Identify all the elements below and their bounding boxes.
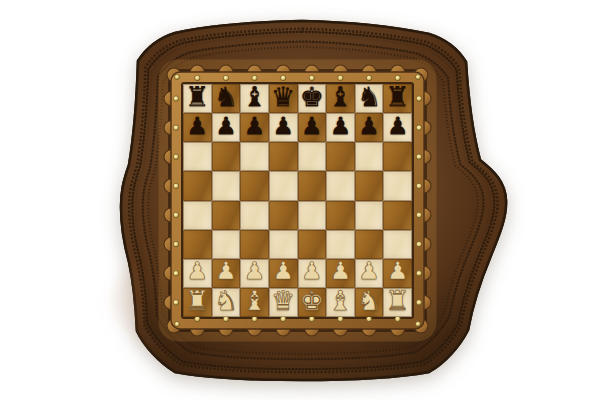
- piece-black-pawn[interactable]: ♟: [355, 111, 384, 140]
- square-b2[interactable]: ♟: [212, 259, 241, 288]
- square-d1[interactable]: ♛: [269, 288, 298, 317]
- square-g8[interactable]: ♞: [355, 84, 384, 113]
- square-e8[interactable]: ♚: [298, 84, 327, 113]
- piece-black-pawn[interactable]: ♟: [183, 111, 212, 140]
- piece-black-knight[interactable]: ♞: [355, 82, 384, 111]
- piece-black-bishop[interactable]: ♝: [326, 82, 355, 111]
- square-g4[interactable]: [355, 201, 384, 230]
- square-a7[interactable]: ♟: [183, 113, 212, 142]
- piece-white-bishop[interactable]: ♝: [240, 286, 269, 315]
- square-d5[interactable]: [269, 171, 298, 200]
- square-h8[interactable]: ♜: [383, 84, 412, 113]
- square-f7[interactable]: ♟: [326, 113, 355, 142]
- piece-white-pawn[interactable]: ♟: [326, 257, 355, 286]
- square-d2[interactable]: ♟: [269, 259, 298, 288]
- square-a8[interactable]: ♜: [183, 84, 212, 113]
- piece-black-pawn[interactable]: ♟: [212, 111, 241, 140]
- square-c6[interactable]: [240, 142, 269, 171]
- piece-black-pawn[interactable]: ♟: [326, 111, 355, 140]
- square-e1[interactable]: ♚: [298, 288, 327, 317]
- square-e6[interactable]: [298, 142, 327, 171]
- square-c2[interactable]: ♟: [240, 259, 269, 288]
- piece-black-pawn[interactable]: ♟: [240, 111, 269, 140]
- square-d8[interactable]: ♛: [269, 84, 298, 113]
- square-f1[interactable]: ♝: [326, 288, 355, 317]
- piece-white-pawn[interactable]: ♟: [298, 257, 327, 286]
- piece-black-pawn[interactable]: ♟: [269, 111, 298, 140]
- piece-white-king[interactable]: ♚: [298, 286, 327, 315]
- square-g3[interactable]: [355, 230, 384, 259]
- square-f3[interactable]: [326, 230, 355, 259]
- square-b3[interactable]: [212, 230, 241, 259]
- chess-set-photo: ♜♞♝♛♚♝♞♜♟♟♟♟♟♟♟♟♟♟♟♟♟♟♟♟♜♞♝♛♚♝♞♜: [0, 0, 600, 400]
- square-d7[interactable]: ♟: [269, 113, 298, 142]
- square-b4[interactable]: [212, 201, 241, 230]
- piece-black-queen[interactable]: ♛: [269, 82, 298, 111]
- square-g7[interactable]: ♟: [355, 113, 384, 142]
- square-d6[interactable]: [269, 142, 298, 171]
- piece-white-pawn[interactable]: ♟: [383, 257, 412, 286]
- square-a2[interactable]: ♟: [183, 259, 212, 288]
- chess-board: ♜♞♝♛♚♝♞♜♟♟♟♟♟♟♟♟♟♟♟♟♟♟♟♟♜♞♝♛♚♝♞♜: [183, 84, 412, 317]
- square-c1[interactable]: ♝: [240, 288, 269, 317]
- square-f5[interactable]: [326, 171, 355, 200]
- square-h7[interactable]: ♟: [383, 113, 412, 142]
- square-g2[interactable]: ♟: [355, 259, 384, 288]
- square-g1[interactable]: ♞: [355, 288, 384, 317]
- piece-white-pawn[interactable]: ♟: [212, 257, 241, 286]
- piece-white-pawn[interactable]: ♟: [355, 257, 384, 286]
- square-e5[interactable]: [298, 171, 327, 200]
- piece-white-pawn[interactable]: ♟: [240, 257, 269, 286]
- square-b6[interactable]: [212, 142, 241, 171]
- square-h4[interactable]: [383, 201, 412, 230]
- piece-black-knight[interactable]: ♞: [212, 82, 241, 111]
- square-a5[interactable]: [183, 171, 212, 200]
- square-b1[interactable]: ♞: [212, 288, 241, 317]
- square-c3[interactable]: [240, 230, 269, 259]
- piece-white-queen[interactable]: ♛: [269, 286, 298, 315]
- square-d3[interactable]: [269, 230, 298, 259]
- square-a1[interactable]: ♜: [183, 288, 212, 317]
- square-f8[interactable]: ♝: [326, 84, 355, 113]
- piece-white-rook[interactable]: ♜: [383, 286, 412, 315]
- square-c8[interactable]: ♝: [240, 84, 269, 113]
- piece-black-pawn[interactable]: ♟: [383, 111, 412, 140]
- square-c4[interactable]: [240, 201, 269, 230]
- square-e2[interactable]: ♟: [298, 259, 327, 288]
- square-h6[interactable]: [383, 142, 412, 171]
- piece-white-pawn[interactable]: ♟: [183, 257, 212, 286]
- piece-black-pawn[interactable]: ♟: [298, 111, 327, 140]
- square-c5[interactable]: [240, 171, 269, 200]
- square-g5[interactable]: [355, 171, 384, 200]
- square-e3[interactable]: [298, 230, 327, 259]
- square-h3[interactable]: [383, 230, 412, 259]
- square-b5[interactable]: [212, 171, 241, 200]
- square-a3[interactable]: [183, 230, 212, 259]
- piece-black-rook[interactable]: ♜: [183, 82, 212, 111]
- square-f4[interactable]: [326, 201, 355, 230]
- square-h1[interactable]: ♜: [383, 288, 412, 317]
- square-b8[interactable]: ♞: [212, 84, 241, 113]
- square-a4[interactable]: [183, 201, 212, 230]
- square-e4[interactable]: [298, 201, 327, 230]
- square-f6[interactable]: [326, 142, 355, 171]
- square-d4[interactable]: [269, 201, 298, 230]
- square-h2[interactable]: ♟: [383, 259, 412, 288]
- square-b7[interactable]: ♟: [212, 113, 241, 142]
- piece-white-bishop[interactable]: ♝: [326, 286, 355, 315]
- square-g6[interactable]: [355, 142, 384, 171]
- square-a6[interactable]: [183, 142, 212, 171]
- square-c7[interactable]: ♟: [240, 113, 269, 142]
- piece-black-king[interactable]: ♚: [298, 82, 327, 111]
- square-e7[interactable]: ♟: [298, 113, 327, 142]
- piece-white-knight[interactable]: ♞: [355, 286, 384, 315]
- piece-black-rook[interactable]: ♜: [383, 82, 412, 111]
- piece-white-knight[interactable]: ♞: [212, 286, 241, 315]
- piece-black-bishop[interactable]: ♝: [240, 82, 269, 111]
- piece-white-rook[interactable]: ♜: [183, 286, 212, 315]
- piece-white-pawn[interactable]: ♟: [269, 257, 298, 286]
- square-h5[interactable]: [383, 171, 412, 200]
- square-f2[interactable]: ♟: [326, 259, 355, 288]
